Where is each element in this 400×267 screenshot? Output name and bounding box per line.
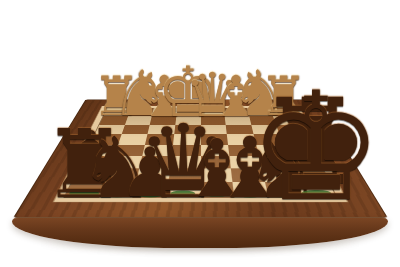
square (94, 125, 124, 134)
square (225, 125, 253, 134)
square (174, 125, 200, 134)
square (72, 169, 109, 183)
square (147, 125, 175, 134)
square (121, 125, 150, 134)
square (139, 156, 171, 168)
square (226, 135, 255, 145)
square (145, 135, 174, 145)
square (84, 145, 117, 156)
square (264, 183, 302, 198)
square (117, 135, 147, 145)
square (258, 156, 291, 168)
square (287, 156, 322, 168)
square (64, 183, 103, 198)
square (109, 156, 142, 168)
chess-board (13, 100, 388, 218)
square (104, 169, 139, 183)
square (228, 145, 258, 156)
square (200, 135, 228, 145)
square (283, 145, 316, 156)
square (78, 156, 113, 168)
square (200, 169, 232, 183)
square (142, 145, 172, 156)
square (200, 183, 234, 198)
board-squares (64, 108, 335, 197)
square (230, 169, 264, 183)
square (113, 145, 145, 156)
square (251, 125, 280, 134)
square (200, 145, 229, 156)
square (200, 125, 226, 134)
square (296, 183, 335, 198)
square (229, 156, 261, 168)
square (90, 135, 121, 145)
square (136, 169, 170, 183)
square (170, 156, 200, 168)
square (253, 135, 283, 145)
square (232, 183, 268, 198)
product-photo-scene: ♜♞♝♚♛♝♞♜♟♜♜♞♟♛♝♝♞♚ (0, 0, 400, 267)
square (276, 125, 306, 134)
square (132, 183, 168, 198)
square (171, 145, 200, 156)
square (172, 135, 200, 145)
square (279, 135, 310, 145)
square (261, 169, 296, 183)
square (291, 169, 328, 183)
square (166, 183, 200, 198)
square (98, 183, 136, 198)
square (255, 145, 287, 156)
square (168, 169, 200, 183)
square (200, 156, 230, 168)
